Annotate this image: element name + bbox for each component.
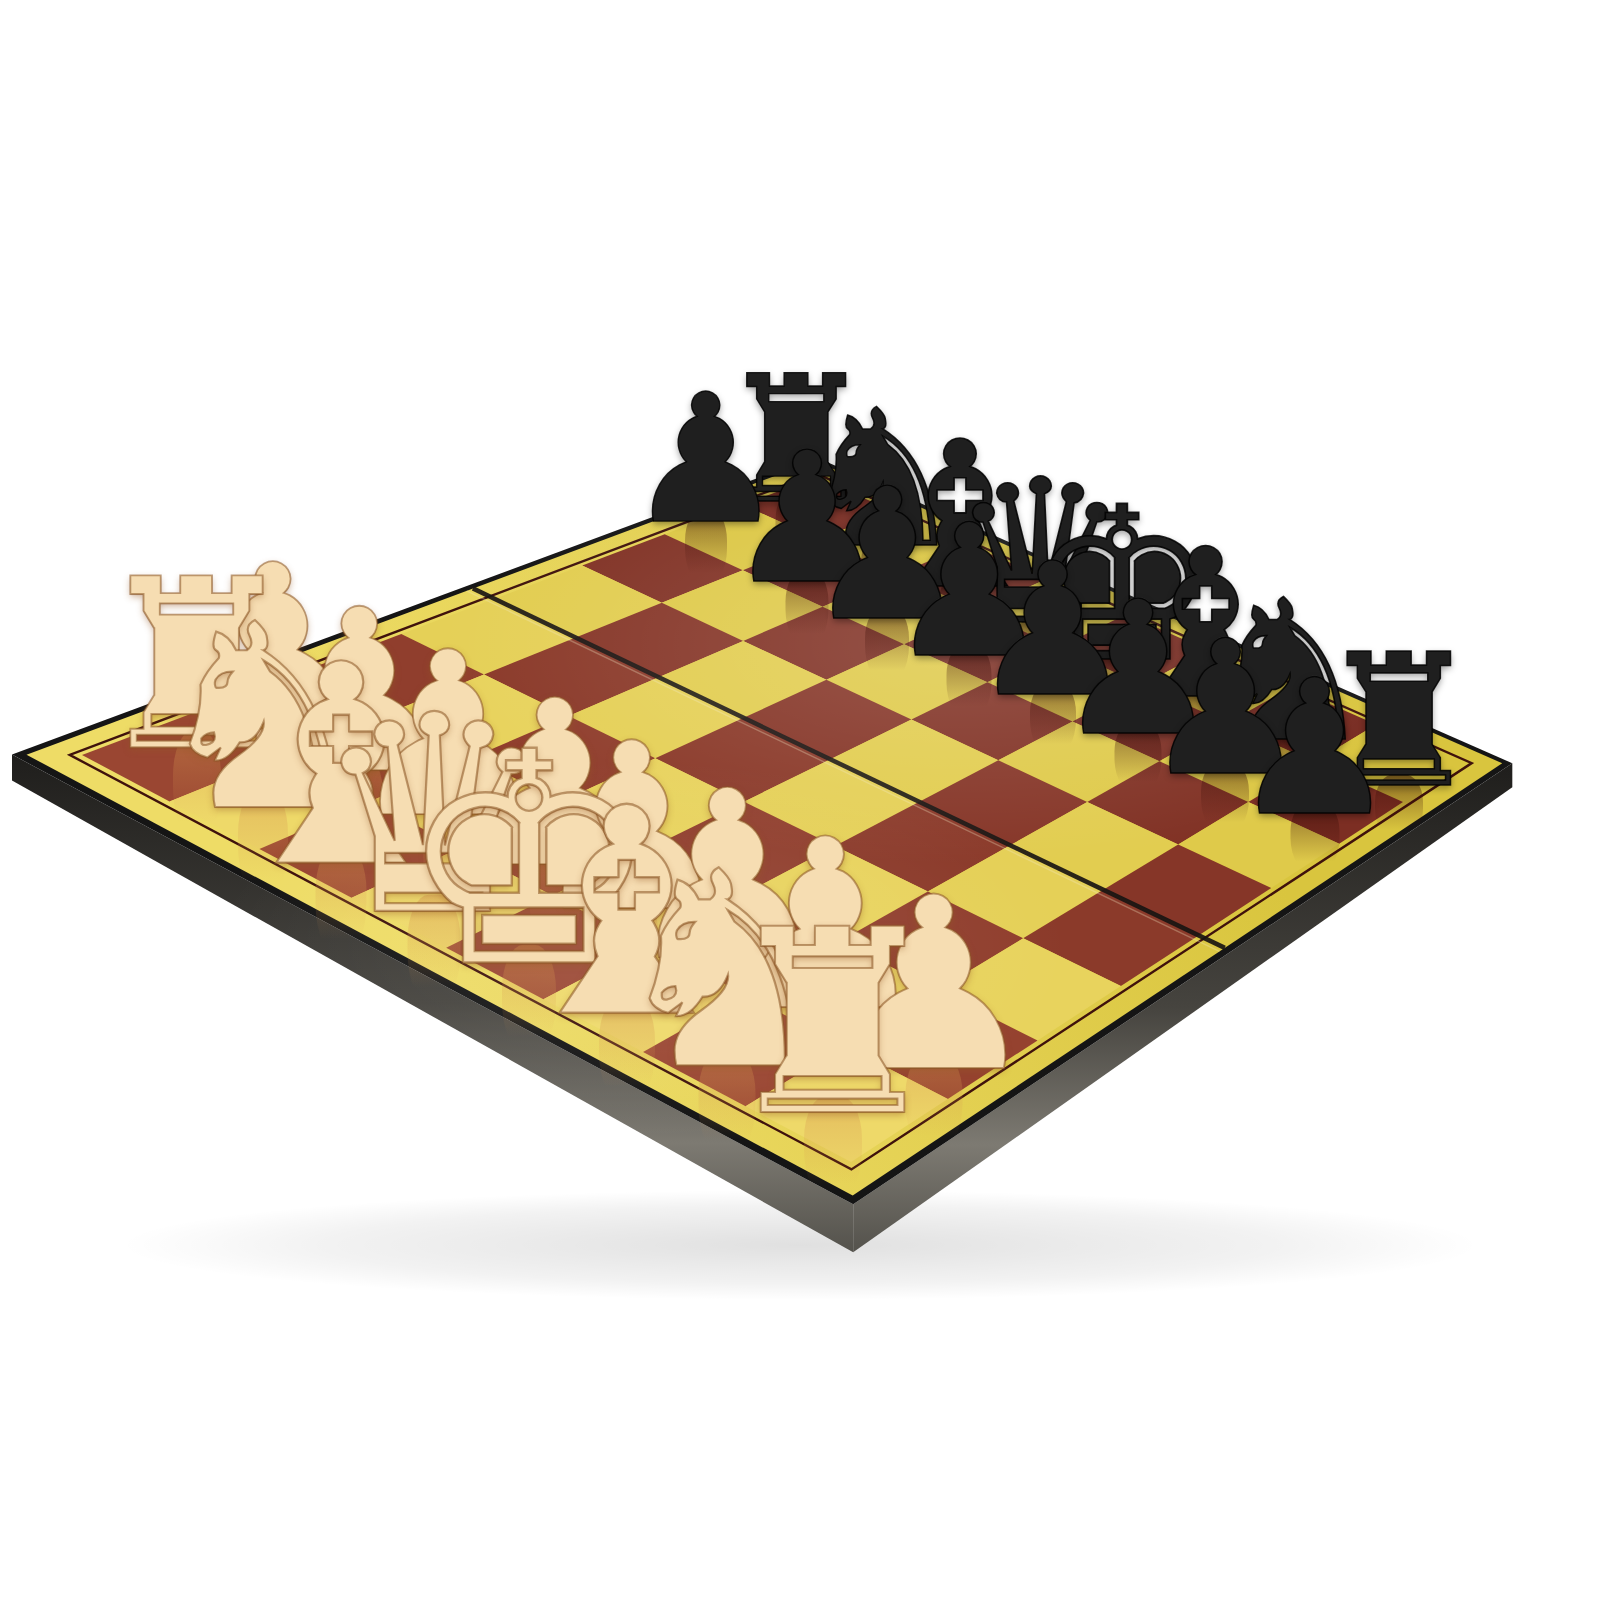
chess-set-photo: ♜♞♝♛♚♝♞♜♟♟♟♟♟♟♟♟♟♟♟♟♟♟♟♟♜♞♝♛♚♝♞♜ xyxy=(0,0,1600,1600)
piece-black-pawn-h7[interactable]: ♟ xyxy=(1231,665,1399,833)
piece-white-rook-h1[interactable]: ♜ xyxy=(719,909,948,1139)
